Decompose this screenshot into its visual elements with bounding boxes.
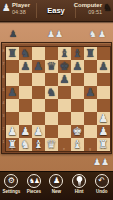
piece-white-p: ♟ bbox=[8, 125, 18, 138]
player-clock: 04:38 bbox=[12, 9, 30, 15]
black-knight-icon: ♞ bbox=[103, 3, 112, 13]
square-c6[interactable] bbox=[32, 73, 45, 86]
rank-label: 4 bbox=[2, 102, 5, 106]
captured-black-p: ♟ bbox=[9, 28, 17, 40]
square-d3[interactable] bbox=[45, 112, 58, 125]
captured-white-p: ♟ bbox=[47, 28, 55, 40]
piece-black-n: ♞ bbox=[21, 47, 31, 60]
file-label: h bbox=[100, 148, 106, 152]
square-a2[interactable]: ♟ bbox=[6, 125, 19, 138]
square-g5[interactable]: ♟ bbox=[84, 86, 97, 99]
piece-black-p: ♟ bbox=[73, 60, 83, 73]
piece-black-p: ♟ bbox=[21, 60, 31, 73]
square-h6[interactable] bbox=[97, 73, 110, 86]
square-f5[interactable] bbox=[71, 86, 84, 99]
square-b3[interactable] bbox=[19, 112, 32, 125]
rank-label: 7 bbox=[2, 63, 5, 67]
square-d6[interactable] bbox=[45, 73, 58, 86]
toolbar-pieces-button[interactable]: ♞♟Pieces bbox=[23, 174, 44, 194]
square-c2[interactable]: ♟ bbox=[32, 125, 45, 138]
square-h8[interactable] bbox=[97, 47, 110, 60]
square-d4[interactable] bbox=[45, 99, 58, 112]
piece-white-p: ♟ bbox=[21, 125, 31, 138]
square-e7[interactable]: ♚ bbox=[58, 60, 71, 73]
square-d7[interactable]: ♛ bbox=[45, 60, 58, 73]
undo-arrow-icon: ↶ bbox=[95, 174, 109, 188]
square-c3[interactable] bbox=[32, 112, 45, 125]
gear-icon: ⚙ bbox=[4, 174, 18, 188]
toolbar-hint-button[interactable]: Hint bbox=[69, 174, 90, 194]
square-g7[interactable] bbox=[84, 60, 97, 73]
piece-black-b: ♝ bbox=[60, 47, 70, 60]
new-game-pawn-icon: ♟ bbox=[49, 174, 63, 188]
captured-tray-bottom: ♟♟ bbox=[0, 156, 113, 168]
captured-tray-top: ♟♟♟♞♟ bbox=[0, 28, 113, 40]
square-b5[interactable] bbox=[19, 86, 32, 99]
square-h3[interactable]: ♟ bbox=[97, 112, 110, 125]
piece-black-p: ♟ bbox=[99, 60, 109, 73]
square-e3[interactable] bbox=[58, 112, 71, 125]
file-label: c bbox=[35, 148, 41, 152]
file-label: a bbox=[9, 148, 15, 152]
square-d5[interactable]: ♞ bbox=[45, 86, 58, 99]
square-f7[interactable]: ♟ bbox=[71, 60, 84, 73]
square-d8[interactable] bbox=[45, 47, 58, 60]
square-c8[interactable] bbox=[32, 47, 45, 60]
piece-black-q: ♛ bbox=[47, 60, 57, 73]
square-h7[interactable]: ♟ bbox=[97, 60, 110, 73]
piece-black-r: ♜ bbox=[8, 47, 18, 60]
square-c7[interactable]: ♟ bbox=[32, 60, 45, 73]
square-h5[interactable] bbox=[97, 86, 110, 99]
square-d2[interactable] bbox=[45, 125, 58, 138]
captured-white-p: ♟ bbox=[101, 156, 109, 168]
square-c4[interactable] bbox=[32, 99, 45, 112]
file-label: b bbox=[22, 148, 28, 152]
square-a3[interactable] bbox=[6, 112, 19, 125]
player-panel: ♟ Player 04:38 bbox=[2, 2, 30, 15]
rank-label: 1 bbox=[2, 141, 5, 145]
file-label: g bbox=[87, 148, 93, 152]
square-b4[interactable] bbox=[19, 99, 32, 112]
board: ♜♞♝♝♜♟♟♛♚♟♟♟♟♞♟♟♟♟♟♚♟♜♞♝♛♝♜ bbox=[5, 46, 111, 152]
square-e8[interactable]: ♝ bbox=[58, 47, 71, 60]
square-c5[interactable] bbox=[32, 86, 45, 99]
lightbulb-icon bbox=[72, 174, 86, 188]
toolbar-new-button[interactable]: ♟New bbox=[46, 174, 67, 194]
piece-black-n: ♞ bbox=[47, 86, 57, 99]
square-f4[interactable] bbox=[71, 99, 84, 112]
white-pawn-icon: ♟ bbox=[2, 3, 11, 13]
toolbar-undo-button[interactable]: ↶Undo bbox=[91, 174, 112, 194]
piece-white-k: ♚ bbox=[73, 125, 83, 138]
toolbar-button-label: New bbox=[52, 189, 61, 194]
square-e4[interactable] bbox=[58, 99, 71, 112]
computer-name: Computer bbox=[74, 2, 102, 9]
captured-white-p: ♟ bbox=[55, 28, 63, 40]
piece-black-r: ♜ bbox=[86, 47, 96, 60]
toolbar-button-label: Hint bbox=[75, 189, 84, 194]
toolbar: ⚙Settings♞♟Pieces♟NewHint↶Undo bbox=[0, 171, 113, 200]
piece-white-p: ♟ bbox=[99, 112, 109, 125]
rank-label: 8 bbox=[2, 50, 5, 54]
rank-label: 5 bbox=[2, 89, 5, 93]
piece-black-p: ♟ bbox=[8, 86, 18, 99]
square-a5[interactable]: ♟ bbox=[6, 86, 19, 99]
toolbar-settings-button[interactable]: ⚙Settings bbox=[1, 174, 22, 194]
square-a7[interactable] bbox=[6, 60, 19, 73]
file-label: d bbox=[48, 148, 54, 152]
toolbar-button-label: Settings bbox=[2, 189, 20, 194]
pieces-icon: ♞♟ bbox=[27, 174, 41, 188]
square-b8[interactable]: ♞ bbox=[19, 47, 32, 60]
captured-white-p: ♟ bbox=[98, 28, 106, 40]
file-label: f bbox=[74, 148, 80, 152]
square-h4[interactable] bbox=[97, 99, 110, 112]
square-f3[interactable] bbox=[71, 112, 84, 125]
piece-white-p: ♟ bbox=[99, 125, 109, 138]
file-label: e bbox=[61, 148, 67, 152]
chess-app: ♟ Player 04:38 Easy ♞ Computer 09:51 ♟♟♟… bbox=[0, 0, 113, 200]
square-g4[interactable] bbox=[84, 99, 97, 112]
square-b6[interactable] bbox=[19, 73, 32, 86]
computer-clock: 09:51 bbox=[88, 9, 102, 15]
piece-black-k: ♚ bbox=[60, 60, 70, 73]
piece-black-p: ♟ bbox=[86, 86, 96, 99]
captured-white-n: ♞ bbox=[89, 28, 97, 40]
board-frame: ♜♞♝♝♜♟♟♛♚♟♟♟♟♞♟♟♟♟♟♚♟♜♞♝♛♝♜ 8a7b6c5d4e3f… bbox=[1, 42, 112, 154]
rank-label: 3 bbox=[2, 115, 5, 119]
rank-label: 2 bbox=[2, 128, 5, 132]
player-name: Player bbox=[12, 2, 30, 9]
rank-label: 6 bbox=[2, 76, 5, 80]
square-g8[interactable]: ♜ bbox=[84, 47, 97, 60]
toolbar-button-label: Pieces bbox=[27, 189, 41, 194]
square-a6[interactable] bbox=[6, 73, 19, 86]
computer-panel: ♞ Computer 09:51 bbox=[74, 2, 112, 15]
square-b7[interactable]: ♟ bbox=[19, 60, 32, 73]
top-bar: ♟ Player 04:38 Easy ♞ Computer 09:51 bbox=[0, 0, 113, 22]
square-a8[interactable]: ♜ bbox=[6, 47, 19, 60]
square-e6[interactable]: ♟ bbox=[58, 73, 71, 86]
piece-black-p: ♟ bbox=[60, 73, 70, 86]
captured-white-p: ♟ bbox=[93, 156, 101, 168]
square-h2[interactable]: ♟ bbox=[97, 125, 110, 138]
square-g2[interactable] bbox=[84, 125, 97, 138]
square-e2[interactable] bbox=[58, 125, 71, 138]
piece-white-p: ♟ bbox=[34, 125, 44, 138]
square-f6[interactable] bbox=[71, 73, 84, 86]
square-f2[interactable]: ♚ bbox=[71, 125, 84, 138]
square-e5[interactable] bbox=[58, 86, 71, 99]
square-g3[interactable] bbox=[84, 112, 97, 125]
difficulty-label[interactable]: Easy bbox=[37, 0, 75, 21]
piece-black-p: ♟ bbox=[34, 60, 44, 73]
square-a4[interactable] bbox=[6, 99, 19, 112]
toolbar-button-label: Undo bbox=[96, 189, 108, 194]
square-f8[interactable]: ♝ bbox=[71, 47, 84, 60]
piece-black-b: ♝ bbox=[73, 47, 83, 60]
square-g6[interactable] bbox=[84, 73, 97, 86]
square-b2[interactable]: ♟ bbox=[19, 125, 32, 138]
